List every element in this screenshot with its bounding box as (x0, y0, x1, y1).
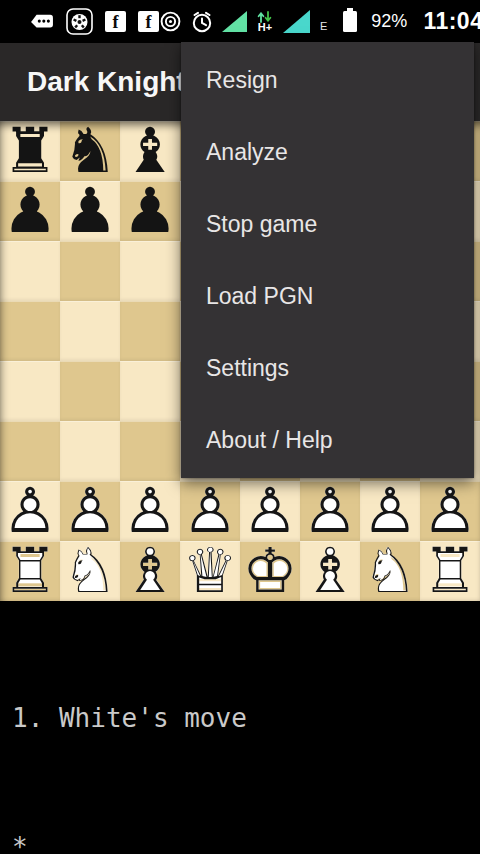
square-b2[interactable]: ♟♙ (60, 481, 120, 541)
white-pawn[interactable]: ♟♙ (300, 481, 360, 541)
square-b8[interactable]: ♞ (60, 121, 120, 181)
square-a1[interactable]: ♜♖ (0, 541, 60, 601)
status-bar: H+ E 92% 11:04 (0, 0, 480, 43)
square-h1[interactable]: ♜♖ (420, 541, 480, 601)
black-pawn[interactable]: ♟ (120, 181, 180, 241)
square-b3[interactable] (60, 421, 120, 481)
hotspot-icon (159, 10, 182, 33)
game-result-marker: * (12, 826, 480, 854)
network-type-label: H+ (258, 22, 272, 33)
square-d1[interactable]: ♛♕ (180, 541, 240, 601)
chat-bubble-icon (30, 12, 54, 32)
square-d2[interactable]: ♟♙ (180, 481, 240, 541)
status-right-icons: H+ E 92% 11:04 (159, 8, 480, 35)
square-c5[interactable] (120, 301, 180, 361)
app-screen: H+ E 92% 11:04 Dark Knight ♜♞♝♛♚♝♞♜♟♟♟♟♟… (0, 0, 480, 854)
app-icon (66, 8, 93, 35)
status-clock: 11:04 (423, 8, 480, 35)
menu-item-about-help[interactable]: About / Help (181, 404, 474, 476)
signal-triangle-icon (222, 11, 247, 32)
square-b4[interactable] (60, 361, 120, 421)
battery-icon (343, 11, 357, 32)
options-menu: Resign Analyze Stop game Load PGN Settin… (181, 42, 474, 478)
black-rook[interactable]: ♜ (0, 121, 60, 181)
menu-item-load-pgn[interactable]: Load PGN (181, 260, 474, 332)
square-c8[interactable]: ♝ (120, 121, 180, 181)
square-c2[interactable]: ♟♙ (120, 481, 180, 541)
square-f1[interactable]: ♝♗ (300, 541, 360, 601)
square-b5[interactable] (60, 301, 120, 361)
alarm-clock-icon (190, 10, 214, 34)
facebook-icon (138, 11, 159, 32)
move-indicator: 1. White's move (12, 697, 480, 740)
square-f2[interactable]: ♟♙ (300, 481, 360, 541)
black-pawn[interactable]: ♟ (0, 181, 60, 241)
square-g2[interactable]: ♟♙ (360, 481, 420, 541)
page-title: Dark Knight (27, 66, 186, 98)
square-a4[interactable] (0, 361, 60, 421)
menu-item-analyze[interactable]: Analyze (181, 116, 474, 188)
white-rook[interactable]: ♜♖ (420, 541, 480, 601)
menu-item-stop-game[interactable]: Stop game (181, 188, 474, 260)
square-b6[interactable] (60, 241, 120, 301)
menu-item-resign[interactable]: Resign (181, 44, 474, 116)
square-c3[interactable] (120, 421, 180, 481)
black-bishop[interactable]: ♝ (120, 121, 180, 181)
square-e1[interactable]: ♚♔ (240, 541, 300, 601)
signal-triangle-icon (283, 10, 310, 33)
white-pawn[interactable]: ♟♙ (420, 481, 480, 541)
square-c4[interactable] (120, 361, 180, 421)
white-pawn[interactable]: ♟♙ (360, 481, 420, 541)
white-knight[interactable]: ♞♘ (60, 541, 120, 601)
white-king[interactable]: ♚♔ (240, 541, 300, 601)
white-bishop[interactable]: ♝♗ (120, 541, 180, 601)
square-a7[interactable]: ♟ (0, 181, 60, 241)
black-pawn[interactable]: ♟ (60, 181, 120, 241)
square-c6[interactable] (120, 241, 180, 301)
square-a5[interactable] (0, 301, 60, 361)
square-e2[interactable]: ♟♙ (240, 481, 300, 541)
white-queen[interactable]: ♛♕ (180, 541, 240, 601)
square-a2[interactable]: ♟♙ (0, 481, 60, 541)
white-knight[interactable]: ♞♘ (360, 541, 420, 601)
black-knight[interactable]: ♞ (60, 121, 120, 181)
square-b7[interactable]: ♟ (60, 181, 120, 241)
menu-item-settings[interactable]: Settings (181, 332, 474, 404)
updown-arrows-icon: H+ (257, 11, 273, 33)
white-pawn[interactable]: ♟♙ (0, 481, 60, 541)
square-c1[interactable]: ♝♗ (120, 541, 180, 601)
white-pawn[interactable]: ♟♙ (120, 481, 180, 541)
battery-percent: 92% (371, 11, 407, 32)
square-h2[interactable]: ♟♙ (420, 481, 480, 541)
network-type-label: E (320, 20, 327, 32)
white-pawn[interactable]: ♟♙ (180, 481, 240, 541)
square-g1[interactable]: ♞♘ (360, 541, 420, 601)
facebook-icon (105, 11, 126, 32)
white-bishop[interactable]: ♝♗ (300, 541, 360, 601)
move-console: 1. White's move * (0, 601, 480, 854)
white-rook[interactable]: ♜♖ (0, 541, 60, 601)
square-b1[interactable]: ♞♘ (60, 541, 120, 601)
white-pawn[interactable]: ♟♙ (60, 481, 120, 541)
square-a8[interactable]: ♜ (0, 121, 60, 181)
status-left-icons (30, 8, 159, 35)
white-pawn[interactable]: ♟♙ (240, 481, 300, 541)
square-a6[interactable] (0, 241, 60, 301)
square-c7[interactable]: ♟ (120, 181, 180, 241)
square-a3[interactable] (0, 421, 60, 481)
